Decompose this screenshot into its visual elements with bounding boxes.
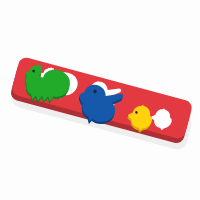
toy-photo-canvas: Red foam toddler puzzle tray with three … (0, 0, 200, 200)
toy-puzzle-photo: Red foam toddler puzzle tray with three … (0, 0, 200, 200)
photo-background: { "image_type": "overhead product photo … (0, 0, 200, 200)
